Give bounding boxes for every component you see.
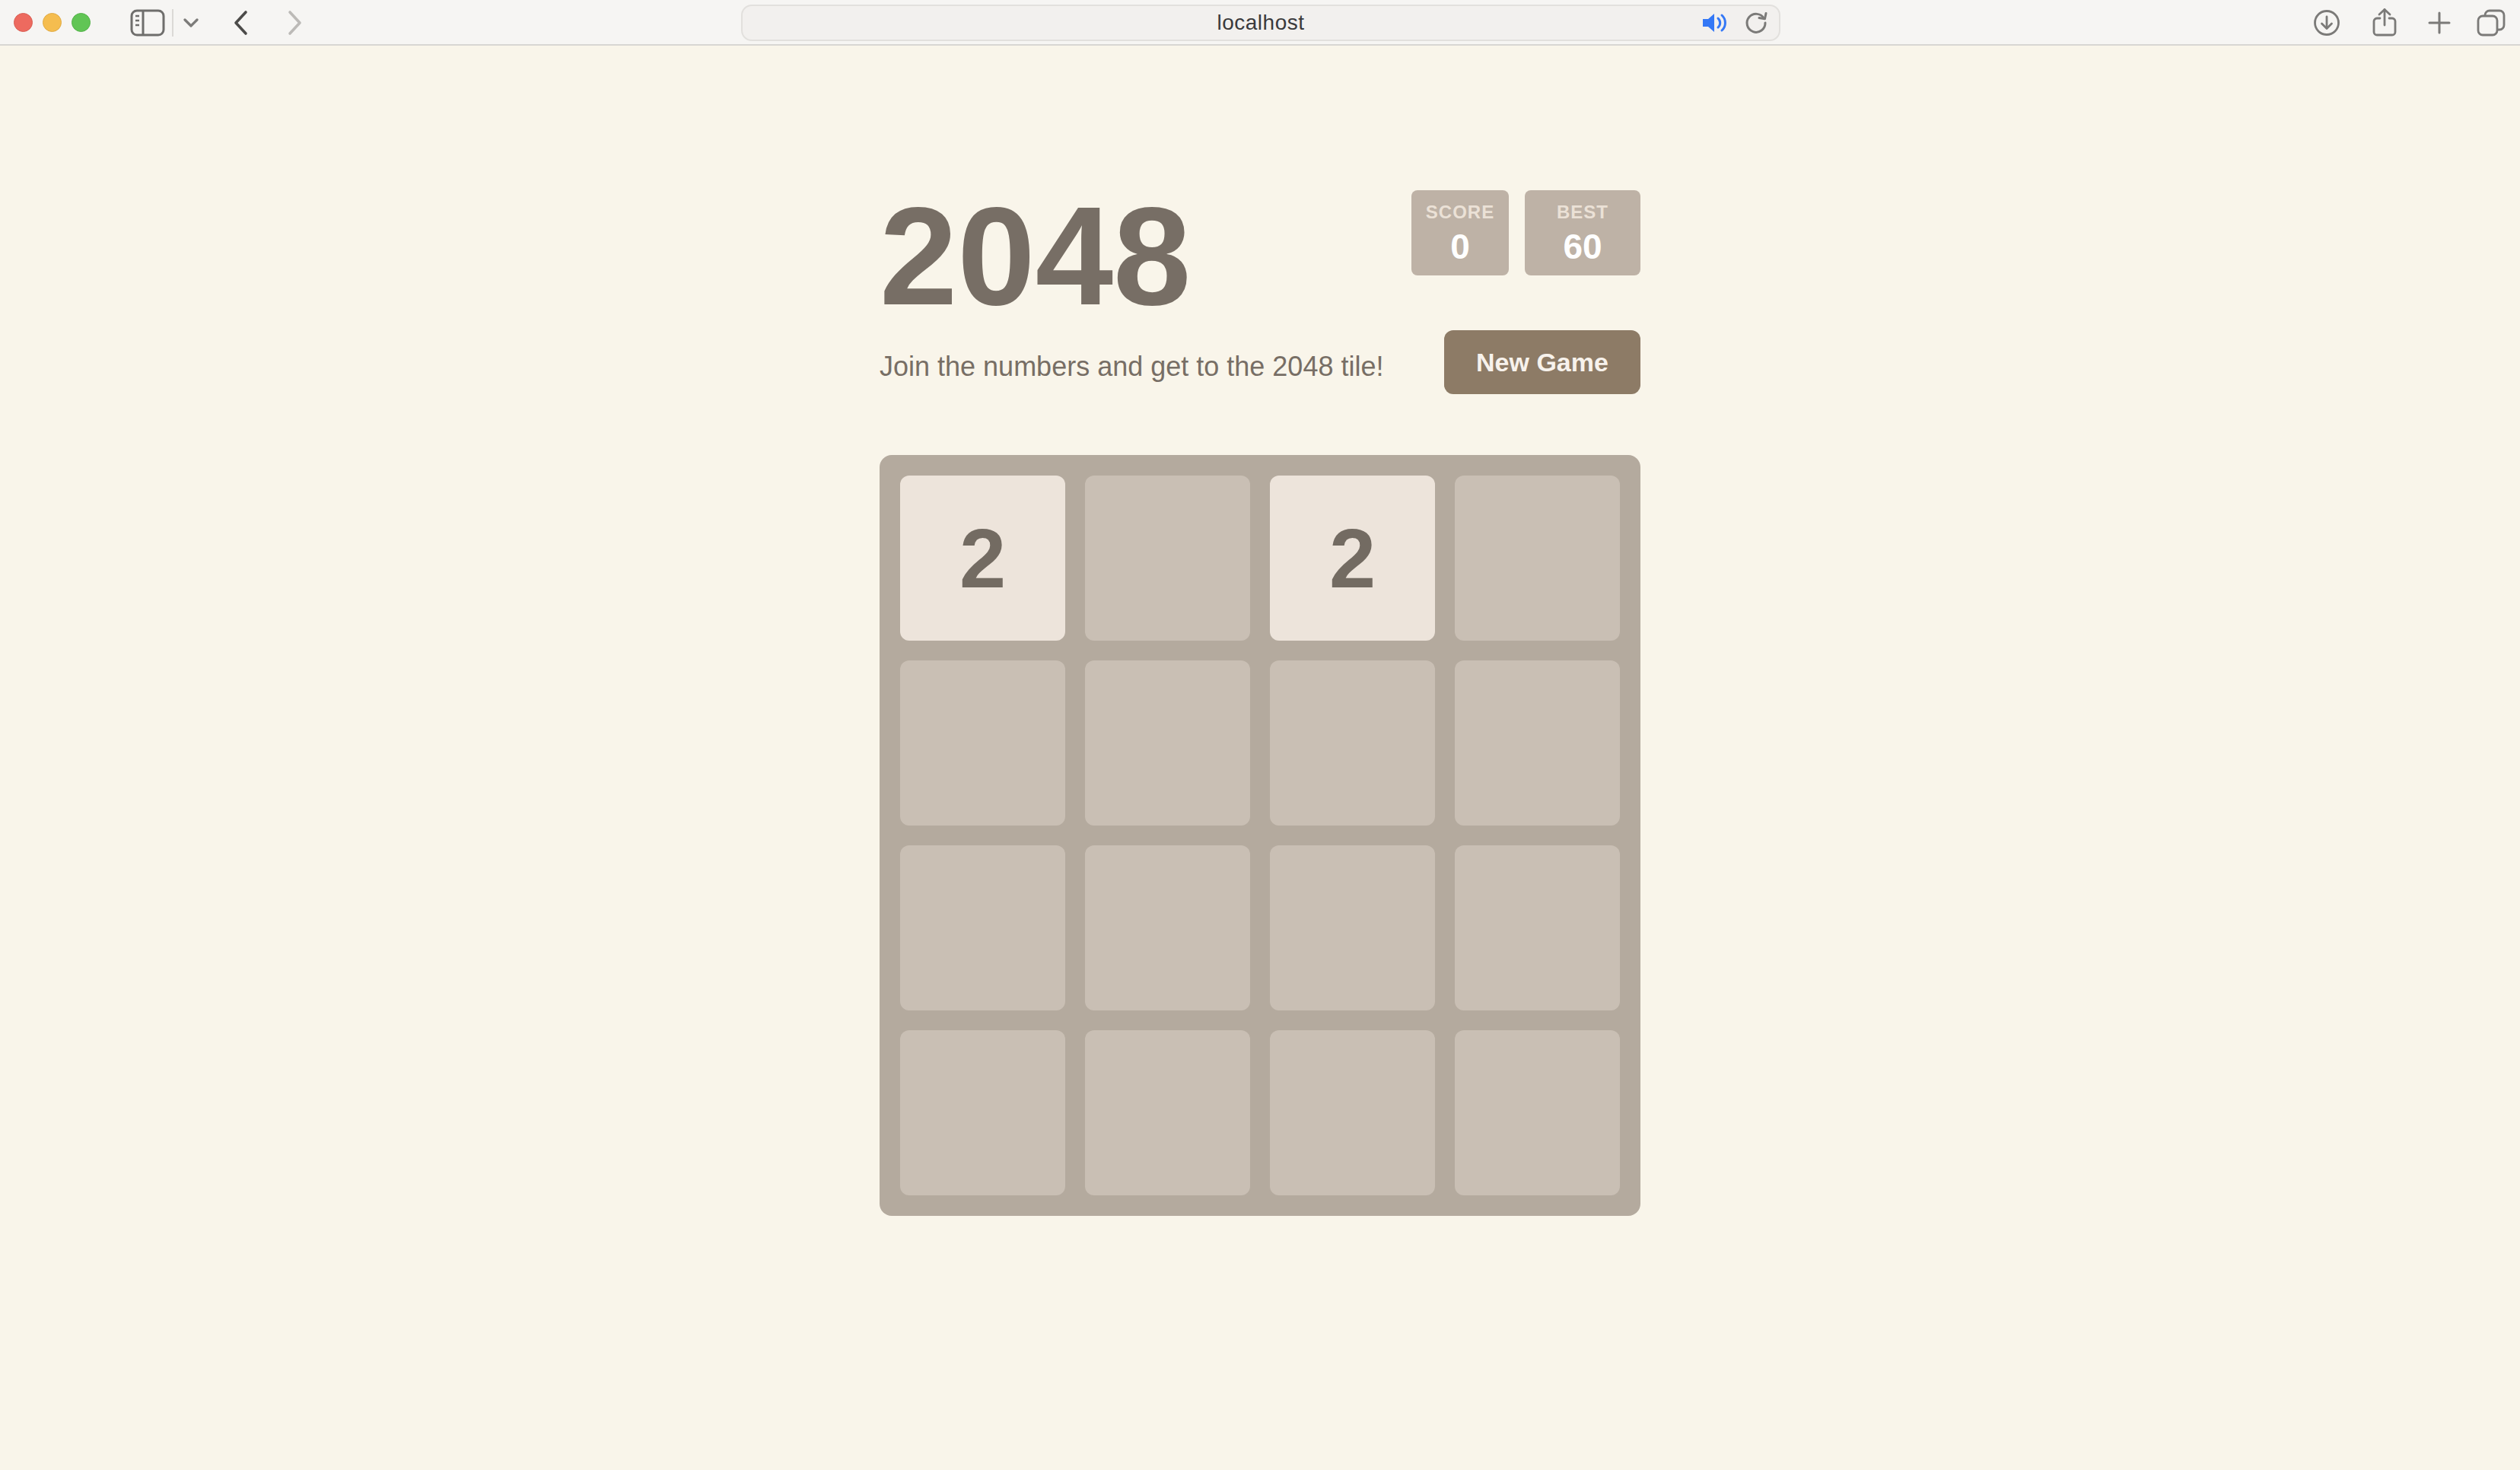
share-icon[interactable] (2368, 0, 2401, 46)
empty-cell (1270, 845, 1435, 1010)
score-label: SCORE (1426, 202, 1494, 223)
board: 22 (880, 455, 1640, 1216)
url-text: localhost (1217, 11, 1304, 35)
game-container: 2048 SCORE 0 BEST 60 Join the numbers an… (880, 47, 1640, 1470)
page-content: 2048 SCORE 0 BEST 60 Join the numbers an… (0, 47, 2520, 1470)
best-value: 60 (1563, 226, 1602, 267)
empty-cell (1455, 1030, 1620, 1195)
address-bar[interactable]: localhost (741, 5, 1780, 41)
empty-cell (1455, 476, 1620, 641)
browser-toolbar: localhost (0, 0, 2520, 46)
empty-cell (900, 1030, 1065, 1195)
forward-button-icon[interactable] (280, 0, 310, 46)
empty-cell (1270, 1030, 1435, 1195)
new-game-button[interactable]: New Game (1444, 330, 1640, 394)
tile-2: 2 (1270, 476, 1435, 641)
empty-cell (900, 660, 1065, 826)
audio-playing-icon[interactable] (1701, 11, 1727, 34)
empty-cell (1455, 660, 1620, 826)
new-tab-icon[interactable] (2423, 0, 2456, 46)
close-window-button[interactable] (14, 13, 33, 32)
page-title: 2048 (880, 186, 1191, 326)
empty-cell (1085, 845, 1250, 1010)
minimize-window-button[interactable] (43, 13, 62, 32)
chevron-down-icon[interactable] (178, 0, 204, 46)
best-box: BEST 60 (1525, 190, 1640, 275)
empty-cell (1270, 660, 1435, 826)
empty-cell (1085, 660, 1250, 826)
best-label: BEST (1557, 202, 1608, 223)
toolbar-divider (172, 9, 173, 37)
empty-cell (900, 845, 1065, 1010)
zoom-window-button[interactable] (72, 13, 91, 32)
reload-icon[interactable] (1744, 11, 1768, 35)
score-value: 0 (1450, 226, 1470, 267)
empty-cell (1085, 1030, 1250, 1195)
back-button-icon[interactable] (225, 0, 256, 46)
tile-2: 2 (900, 476, 1065, 641)
score-box: SCORE 0 (1411, 190, 1509, 275)
downloads-icon[interactable] (2310, 0, 2343, 46)
tab-overview-icon[interactable] (2473, 0, 2509, 46)
empty-cell (1455, 845, 1620, 1010)
sidebar-toggle-icon[interactable] (128, 0, 167, 46)
empty-cell (1085, 476, 1250, 641)
game-subtitle: Join the numbers and get to the 2048 til… (880, 350, 1383, 383)
